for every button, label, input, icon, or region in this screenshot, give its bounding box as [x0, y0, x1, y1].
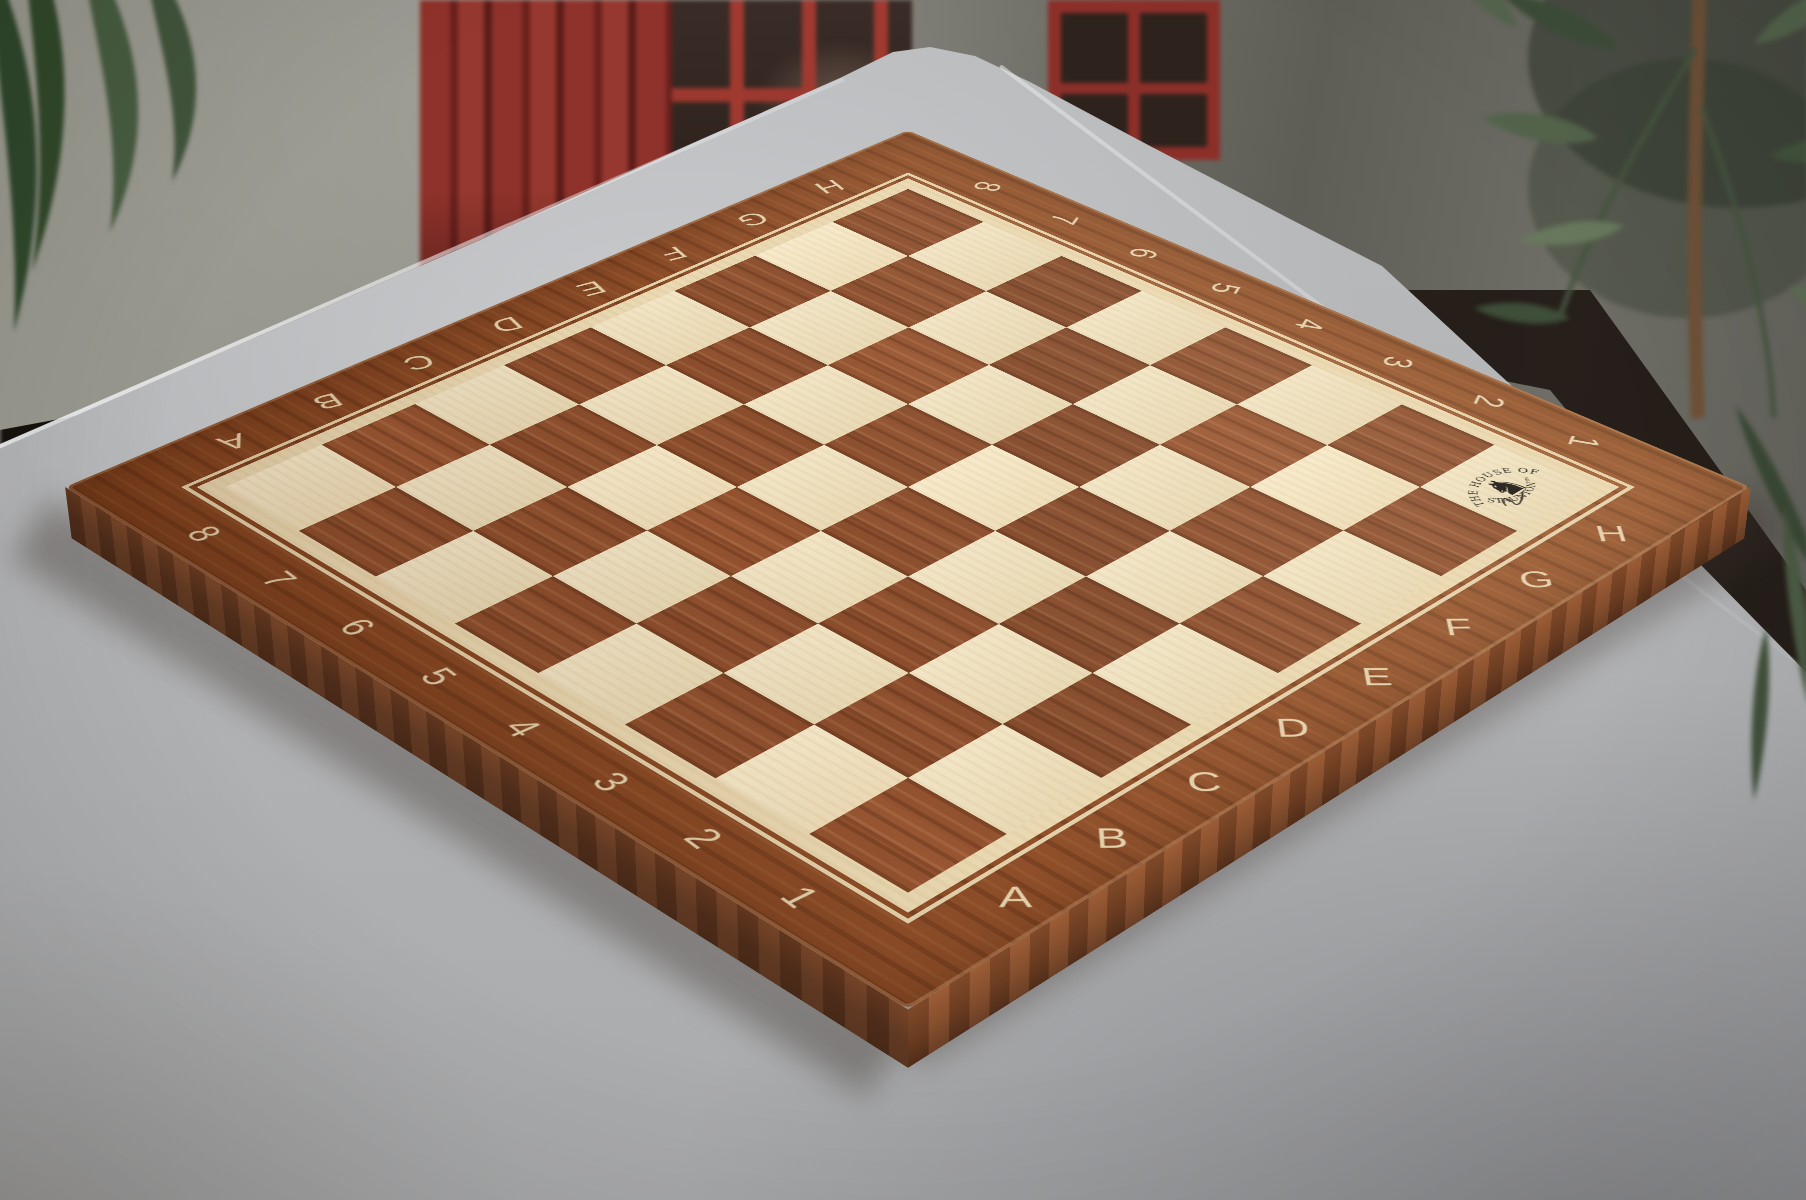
square-b6: [473, 487, 647, 576]
file-label-top-b: B: [306, 390, 348, 414]
rank-label-left-5: 5: [412, 663, 465, 690]
rank-label-right-5: 5: [1203, 281, 1246, 297]
file-label-top-c: C: [397, 351, 440, 374]
rank-label-left-4: 4: [496, 714, 550, 742]
file-label-bottom-d: D: [1274, 715, 1313, 741]
file-label-top-e: E: [571, 278, 612, 299]
file-label-bottom-e: E: [1360, 664, 1396, 689]
file-label-top-g: G: [730, 209, 774, 230]
rank-label-right-4: 4: [1288, 317, 1332, 333]
square-a3: [625, 673, 814, 778]
file-label-top-h: H: [808, 177, 849, 197]
rank-label-right-3: 3: [1375, 354, 1419, 371]
rank-label-left-6: 6: [331, 614, 383, 640]
photo-scene: THE HOUSE OFSTAUNTON™♞ AABBCCDDEEFFGGHH8…: [0, 0, 1806, 1200]
rank-label-left-1: 1: [771, 881, 828, 913]
square-f1: [1263, 531, 1441, 624]
rank-label-right-8: 8: [967, 180, 1008, 194]
square-e1: [1180, 576, 1361, 673]
file-label-bottom-c: C: [1185, 769, 1224, 796]
square-c2: [908, 624, 1093, 725]
file-label-bottom-g: G: [1516, 568, 1557, 591]
square-c5: [647, 487, 821, 576]
square-d2: [999, 576, 1180, 673]
rank-label-left-7: 7: [254, 567, 305, 592]
logo-signature: [1498, 490, 1532, 508]
square-e2: [1086, 531, 1264, 624]
square-c3: [817, 576, 998, 673]
rank-label-right-6: 6: [1122, 246, 1164, 261]
rank-label-left-3: 3: [584, 767, 639, 796]
file-label-top-a: A: [212, 430, 254, 455]
rank-label-right-1: 1: [1561, 433, 1607, 451]
square-d4: [821, 487, 995, 576]
rank-label-left-2: 2: [676, 823, 732, 854]
square-g1: [1343, 487, 1517, 576]
file-label-top-d: D: [485, 314, 528, 337]
square-b2: [814, 673, 1003, 778]
file-label-bottom-a: A: [999, 882, 1035, 912]
square-a2: [715, 724, 908, 834]
file-label-bottom-h: H: [1592, 523, 1631, 545]
square-b3: [723, 624, 908, 725]
square-b1: [908, 724, 1101, 834]
rank-label-right-2: 2: [1466, 393, 1511, 410]
square-a6: [375, 531, 553, 624]
square-a7: [299, 487, 473, 576]
square-e3: [995, 487, 1169, 576]
square-b5: [553, 531, 731, 624]
rank-label-right-7: 7: [1043, 212, 1085, 227]
square-f2: [1169, 487, 1343, 576]
rank-label-left-8: 8: [179, 522, 229, 546]
file-label-bottom-f: F: [1442, 615, 1476, 639]
square-c1: [1002, 673, 1191, 778]
square-a4: [538, 624, 723, 725]
file-label-bottom-b: B: [1095, 824, 1131, 852]
square-a5: [455, 576, 636, 673]
square-d3: [908, 531, 1086, 624]
file-label-top-f: F: [654, 243, 692, 263]
square-c4: [730, 531, 908, 624]
square-b4: [636, 576, 817, 673]
square-a1: [809, 778, 1006, 893]
square-d1: [1093, 624, 1278, 725]
